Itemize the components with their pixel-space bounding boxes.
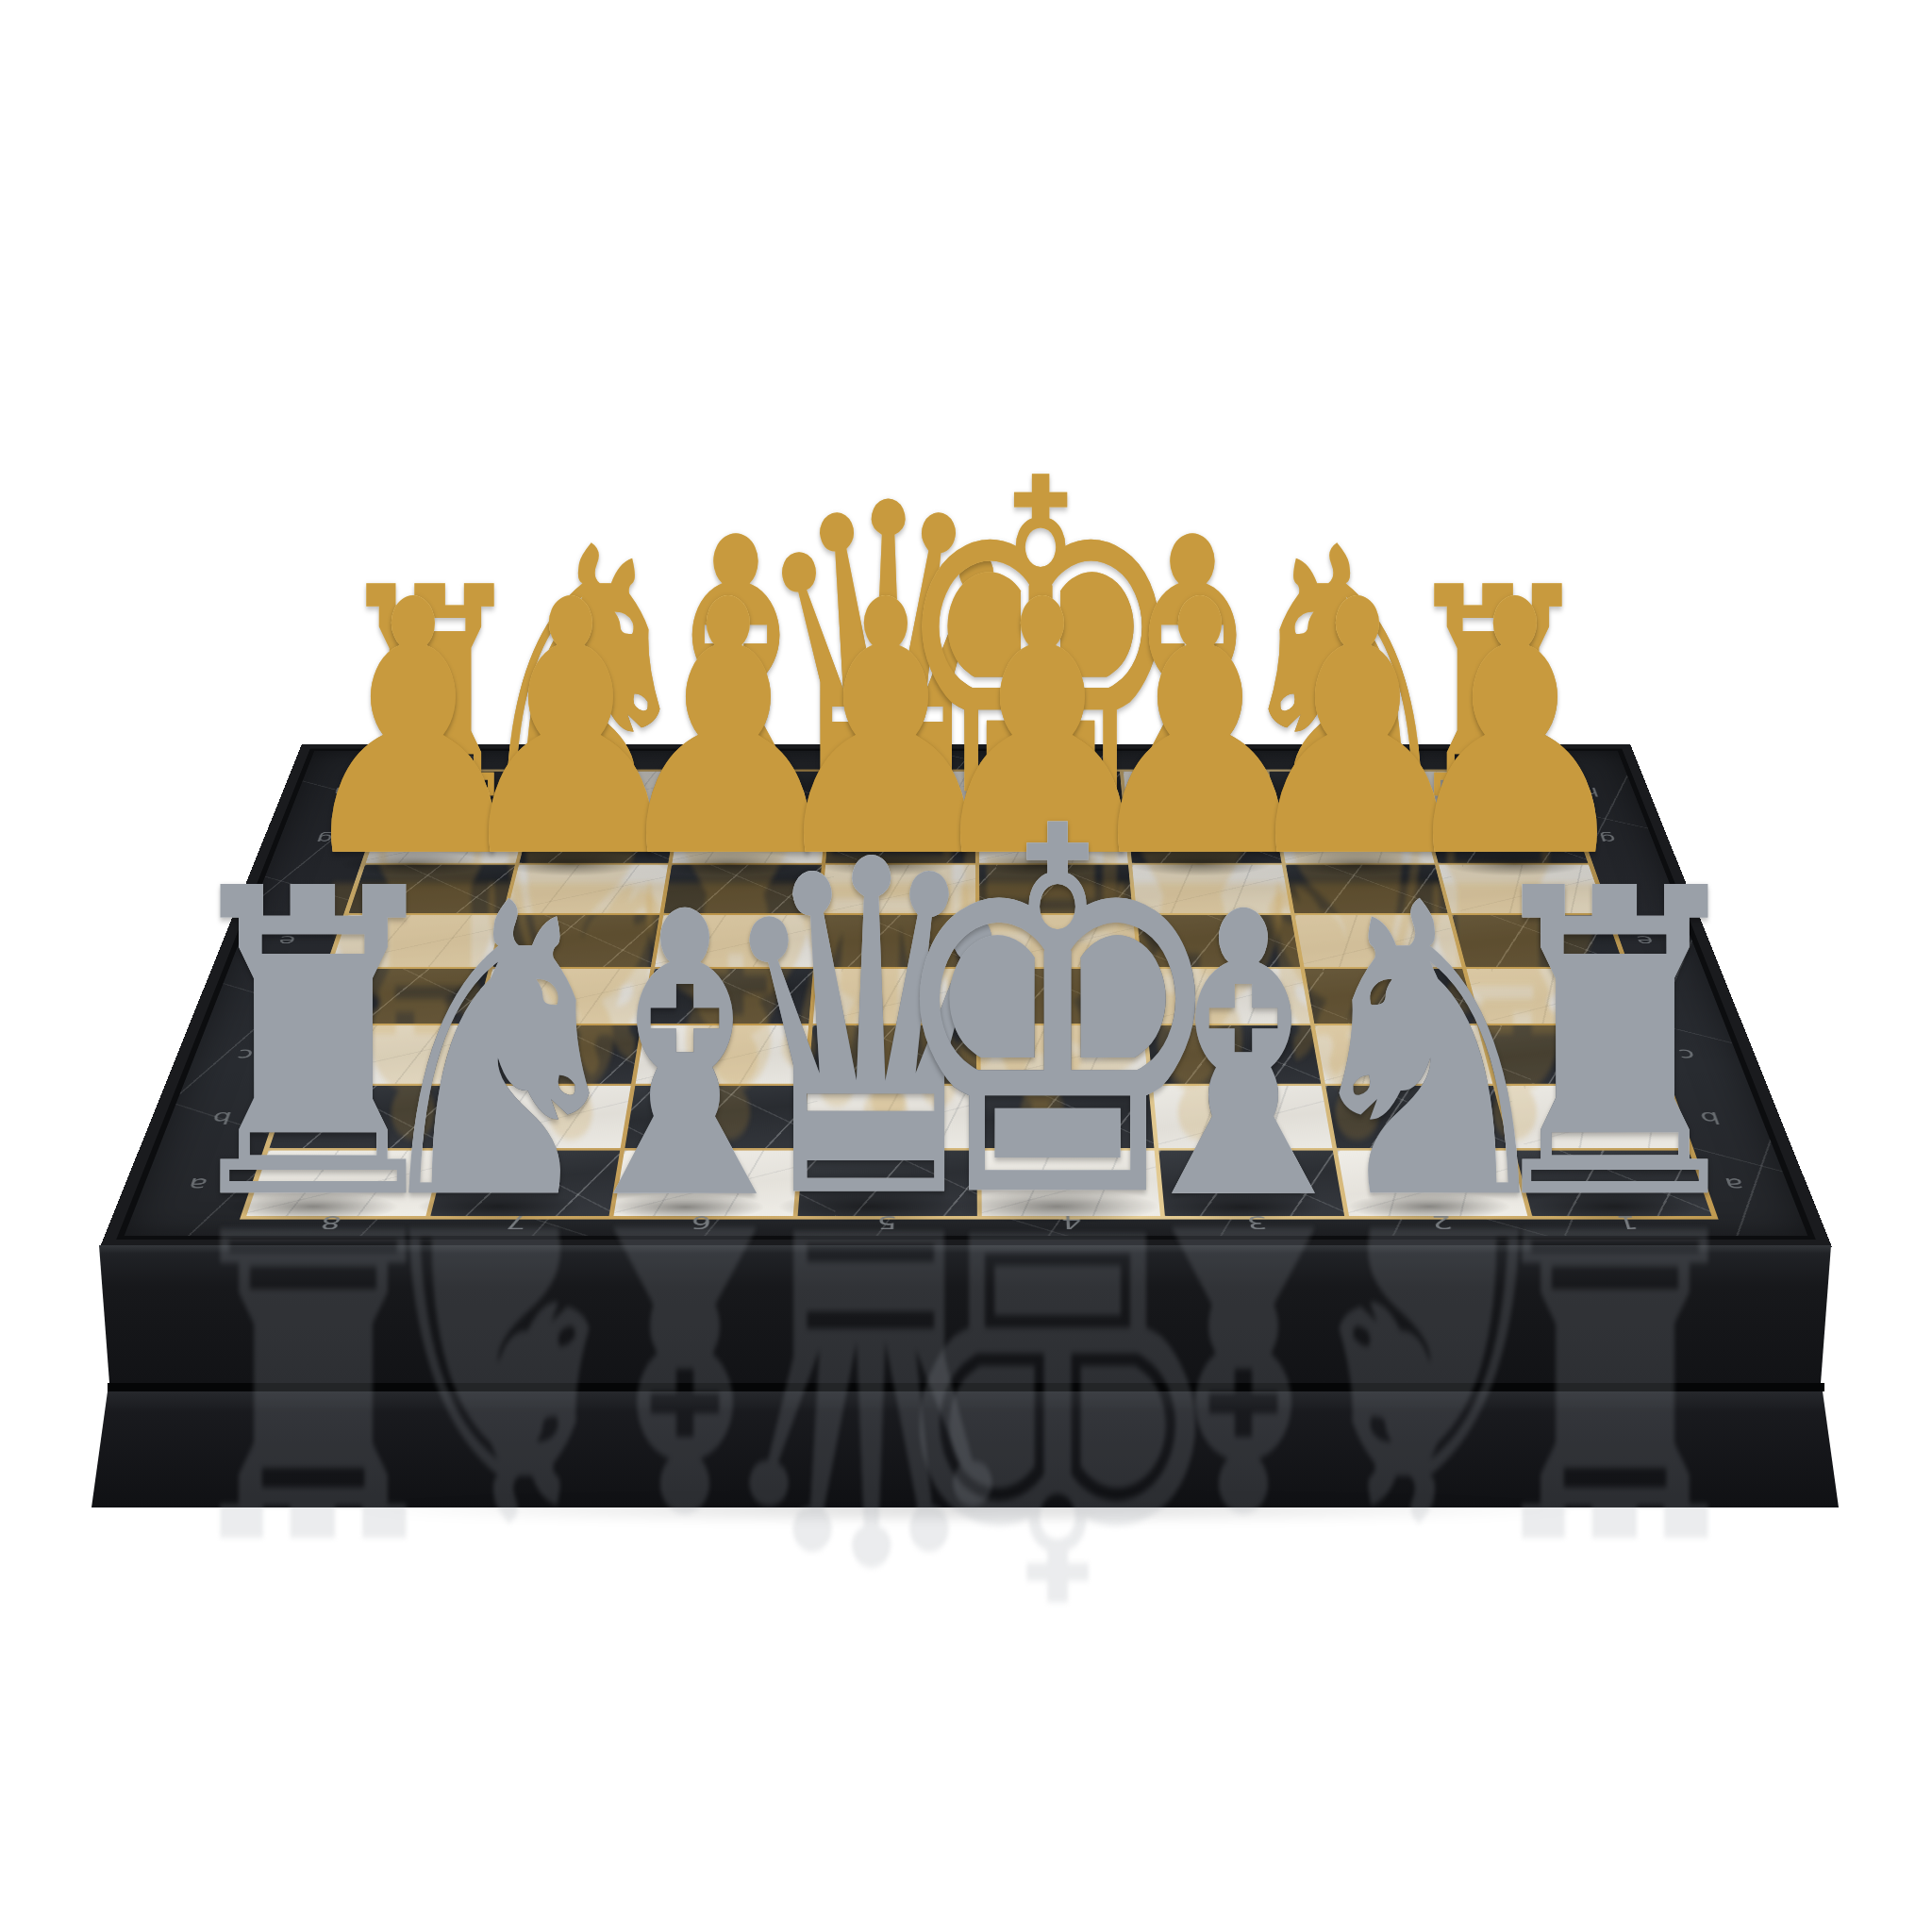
pieces-layer: ♜♜♞♞♝♝♛♛♚♚♝♝♞♞♜♜♟♟♟♟♟♟♟♟♟♟♟♟♟♟♟♟♜♜♞♞♝♝♛♛…	[0, 0, 1932, 1932]
silver-rook[interactable]: ♜	[1467, 835, 1762, 1257]
studio-scene: 87654321 hgfedcba hgfedcba 87654321 ♜♜♞♞…	[0, 0, 1932, 1932]
